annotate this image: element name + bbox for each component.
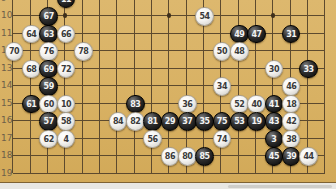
intersection-8-9[interactable] (126, 0, 143, 7)
goban-grid: 1167546463664947317076785048686972303359… (4, 0, 333, 182)
intersection-1-14[interactable] (4, 77, 21, 95)
intersection-2-18[interactable] (22, 147, 39, 165)
white-stone-38: 38 (282, 130, 301, 149)
intersection-5-15[interactable] (74, 94, 91, 112)
intersection-12-9[interactable] (195, 0, 212, 7)
intersection-4-11[interactable]: 66 (56, 24, 73, 42)
intersection-6-14[interactable] (91, 77, 108, 95)
black-stone-31: 31 (282, 25, 301, 44)
star-point (63, 13, 68, 18)
black-stone-61: 61 (22, 95, 41, 114)
intersection-9-12[interactable] (143, 42, 160, 60)
black-stone-69: 69 (39, 60, 58, 79)
black-stone-47: 47 (247, 25, 266, 44)
intersection-7-19[interactable] (108, 164, 125, 182)
intersection-16-11[interactable] (264, 24, 281, 42)
intersection-2-17[interactable] (22, 129, 39, 147)
intersection-8-19[interactable] (126, 164, 143, 182)
white-stone-70: 70 (5, 42, 24, 61)
intersection-2-12[interactable] (22, 42, 39, 60)
black-stone-41: 41 (265, 95, 284, 114)
intersection-8-13[interactable] (126, 59, 143, 77)
white-stone-66: 66 (57, 25, 76, 44)
intersection-13-10[interactable] (212, 7, 229, 25)
intersection-5-18[interactable] (74, 147, 91, 165)
intersection-7-15[interactable] (108, 94, 125, 112)
white-stone-76: 76 (39, 42, 58, 61)
intersection-19-10[interactable] (316, 7, 333, 25)
intersection-3-13[interactable]: 69 (39, 59, 56, 77)
intersection-18-14[interactable] (299, 77, 316, 95)
intersection-18-10[interactable] (299, 7, 316, 25)
intersection-3-15[interactable]: 60 (39, 94, 56, 112)
intersection-8-18[interactable] (126, 147, 143, 165)
intersection-11-14[interactable] (178, 77, 195, 95)
go-game-screenshot: 910111213141516171819 116754646366494731… (0, 0, 336, 189)
white-stone-30: 30 (265, 60, 284, 79)
intersection-4-18[interactable] (56, 147, 73, 165)
intersection-11-19[interactable] (178, 164, 195, 182)
intersection-3-10[interactable]: 67 (39, 7, 56, 25)
intersection-18-17[interactable] (299, 129, 316, 147)
intersection-15-14[interactable] (247, 77, 264, 95)
intersection-14-14[interactable] (230, 77, 247, 95)
intersection-1-18[interactable] (4, 147, 21, 165)
intersection-10-14[interactable] (160, 77, 177, 95)
intersection-4-15[interactable]: 10 (56, 94, 73, 112)
intersection-5-17[interactable] (74, 129, 91, 147)
intersection-10-12[interactable] (160, 42, 177, 60)
intersection-6-18[interactable] (91, 147, 108, 165)
white-stone-36: 36 (178, 95, 197, 114)
intersection-16-9[interactable] (264, 0, 281, 7)
intersection-10-10[interactable] (160, 7, 177, 25)
intersection-19-11[interactable] (316, 24, 333, 42)
intersection-11-11[interactable] (178, 24, 195, 42)
black-stone-3: 3 (265, 130, 284, 149)
intersection-18-13[interactable]: 33 (299, 59, 316, 77)
intersection-18-12[interactable] (299, 42, 316, 60)
intersection-15-19[interactable] (247, 164, 264, 182)
intersection-5-11[interactable] (74, 24, 91, 42)
intersection-19-9[interactable] (316, 0, 333, 7)
star-point (167, 13, 172, 18)
intersection-10-18[interactable]: 86 (160, 147, 177, 165)
intersection-4-17[interactable]: 4 (56, 129, 73, 147)
intersection-12-10[interactable]: 54 (195, 7, 212, 25)
intersection-16-10[interactable] (264, 7, 281, 25)
intersection-14-10[interactable] (230, 7, 247, 25)
intersection-6-19[interactable] (91, 164, 108, 182)
black-stone-35: 35 (195, 112, 214, 131)
intersection-6-16[interactable] (91, 112, 108, 130)
intersection-17-13[interactable] (282, 59, 299, 77)
intersection-7-14[interactable] (108, 77, 125, 95)
intersection-11-10[interactable] (178, 7, 195, 25)
intersection-8-10[interactable] (126, 7, 143, 25)
intersection-15-9[interactable] (247, 0, 264, 7)
intersection-9-10[interactable] (143, 7, 160, 25)
intersection-6-15[interactable] (91, 94, 108, 112)
white-stone-84: 84 (109, 112, 128, 131)
intersection-19-16[interactable] (316, 112, 333, 130)
black-stone-37: 37 (178, 112, 197, 131)
intersection-3-14[interactable]: 59 (39, 77, 56, 95)
intersection-18-19[interactable] (299, 164, 316, 182)
white-stone-10: 10 (57, 95, 76, 114)
star-point (271, 13, 276, 18)
intersection-2-16[interactable] (22, 112, 39, 130)
intersection-7-16[interactable]: 84 (108, 112, 125, 130)
black-stone-39: 39 (282, 147, 301, 166)
intersection-2-14[interactable] (22, 77, 39, 95)
intersection-10-9[interactable] (160, 0, 177, 7)
intersection-15-16[interactable]: 19 (247, 112, 264, 130)
intersection-9-19[interactable] (143, 164, 160, 182)
intersection-1-15[interactable] (4, 94, 21, 112)
intersection-8-14[interactable] (126, 77, 143, 95)
intersection-18-15[interactable] (299, 94, 316, 112)
intersection-14-18[interactable] (230, 147, 247, 165)
intersection-17-14[interactable]: 46 (282, 77, 299, 95)
intersection-1-17[interactable] (4, 129, 21, 147)
black-stone-33: 33 (299, 60, 318, 79)
intersection-6-17[interactable] (91, 129, 108, 147)
intersection-4-13[interactable]: 72 (56, 59, 73, 77)
intersection-16-12[interactable] (264, 42, 281, 60)
intersection-3-11[interactable]: 63 (39, 24, 56, 42)
intersection-13-11[interactable] (212, 24, 229, 42)
intersection-1-11[interactable] (4, 24, 21, 42)
intersection-13-19[interactable] (212, 164, 229, 182)
intersection-4-19[interactable] (56, 164, 73, 182)
intersection-19-14[interactable] (316, 77, 333, 95)
scrollbar-thumb[interactable] (228, 185, 332, 189)
white-stone-40: 40 (247, 95, 266, 114)
white-stone-60: 60 (39, 95, 58, 114)
white-stone-52: 52 (230, 95, 249, 114)
white-stone-58: 58 (57, 112, 76, 131)
intersection-5-12[interactable]: 78 (74, 42, 91, 60)
white-stone-82: 82 (126, 112, 145, 131)
intersection-7-10[interactable] (108, 7, 125, 25)
intersection-18-11[interactable] (299, 24, 316, 42)
intersection-6-9[interactable] (91, 0, 108, 7)
intersection-11-17[interactable] (178, 129, 195, 147)
white-stone-80: 80 (178, 147, 197, 166)
black-stone-19: 19 (247, 112, 266, 131)
intersection-14-13[interactable] (230, 59, 247, 77)
intersection-17-19[interactable] (282, 164, 299, 182)
intersection-14-19[interactable] (230, 164, 247, 182)
intersection-17-10[interactable] (282, 7, 299, 25)
intersection-8-15[interactable]: 83 (126, 94, 143, 112)
intersection-5-14[interactable] (74, 77, 91, 95)
go-board: 910111213141516171819 116754646366494731… (0, 0, 336, 182)
intersection-19-19[interactable] (316, 164, 333, 182)
intersection-4-10[interactable] (56, 7, 73, 25)
white-stone-68: 68 (22, 60, 41, 79)
intersection-12-17[interactable] (195, 129, 212, 147)
intersection-14-12[interactable]: 48 (230, 42, 247, 60)
intersection-15-11[interactable]: 47 (247, 24, 264, 42)
intersection-17-12[interactable] (282, 42, 299, 60)
intersection-15-18[interactable] (247, 147, 264, 165)
intersection-5-19[interactable] (74, 164, 91, 182)
intersection-2-9[interactable] (22, 0, 39, 7)
intersection-9-13[interactable] (143, 59, 160, 77)
intersection-1-9[interactable] (4, 0, 21, 7)
intersection-15-17[interactable] (247, 129, 264, 147)
intersection-7-11[interactable] (108, 24, 125, 42)
black-stone-75: 75 (213, 112, 232, 131)
black-stone-45: 45 (265, 147, 284, 166)
intersection-14-9[interactable] (230, 0, 247, 7)
white-stone-64: 64 (22, 25, 41, 44)
intersection-8-12[interactable] (126, 42, 143, 60)
intersection-4-9[interactable]: 11 (56, 0, 73, 7)
intersection-13-16[interactable]: 75 (212, 112, 229, 130)
intersection-9-11[interactable] (143, 24, 160, 42)
intersection-11-12[interactable] (178, 42, 195, 60)
intersection-11-15[interactable]: 36 (178, 94, 195, 112)
intersection-13-17[interactable]: 74 (212, 129, 229, 147)
intersection-12-19[interactable] (195, 164, 212, 182)
intersection-9-15[interactable] (143, 94, 160, 112)
intersection-9-18[interactable] (143, 147, 160, 165)
intersection-2-11[interactable]: 64 (22, 24, 39, 42)
intersection-2-13[interactable]: 68 (22, 59, 39, 77)
intersection-6-13[interactable] (91, 59, 108, 77)
intersection-12-14[interactable] (195, 77, 212, 95)
intersection-18-16[interactable] (299, 112, 316, 130)
intersection-13-13[interactable] (212, 59, 229, 77)
intersection-10-19[interactable] (160, 164, 177, 182)
intersection-10-11[interactable] (160, 24, 177, 42)
white-stone-56: 56 (143, 130, 162, 149)
intersection-17-18[interactable]: 39 (282, 147, 299, 165)
intersection-7-17[interactable] (108, 129, 125, 147)
intersection-12-13[interactable] (195, 59, 212, 77)
intersection-16-17[interactable]: 3 (264, 129, 281, 147)
intersection-16-18[interactable]: 45 (264, 147, 281, 165)
intersection-14-17[interactable] (230, 129, 247, 147)
intersection-3-9[interactable] (39, 0, 56, 7)
intersection-12-11[interactable] (195, 24, 212, 42)
black-stone-29: 29 (161, 112, 180, 131)
intersection-6-10[interactable] (91, 7, 108, 25)
intersection-1-12[interactable]: 70 (4, 42, 21, 60)
intersection-10-17[interactable] (160, 129, 177, 147)
intersection-16-15[interactable]: 41 (264, 94, 281, 112)
white-stone-72: 72 (57, 60, 76, 79)
intersection-5-16[interactable] (74, 112, 91, 130)
intersection-1-19[interactable] (4, 164, 21, 182)
intersection-7-12[interactable] (108, 42, 125, 60)
intersection-14-16[interactable]: 53 (230, 112, 247, 130)
intersection-14-15[interactable]: 52 (230, 94, 247, 112)
intersection-19-12[interactable] (316, 42, 333, 60)
white-stone-74: 74 (213, 130, 232, 149)
intersection-3-16[interactable]: 57 (39, 112, 56, 130)
intersection-17-11[interactable]: 31 (282, 24, 299, 42)
intersection-4-16[interactable]: 58 (56, 112, 73, 130)
intersection-17-16[interactable]: 42 (282, 112, 299, 130)
intersection-5-10[interactable] (74, 7, 91, 25)
black-stone-49: 49 (230, 25, 249, 44)
intersection-15-15[interactable]: 40 (247, 94, 264, 112)
intersection-11-13[interactable] (178, 59, 195, 77)
black-stone-43: 43 (265, 112, 284, 131)
intersection-1-13[interactable] (4, 59, 21, 77)
intersection-10-15[interactable] (160, 94, 177, 112)
intersection-13-12[interactable]: 50 (212, 42, 229, 60)
intersection-12-16[interactable]: 35 (195, 112, 212, 130)
intersection-5-13[interactable] (74, 59, 91, 77)
intersection-3-18[interactable] (39, 147, 56, 165)
intersection-19-18[interactable] (316, 147, 333, 165)
intersection-3-17[interactable]: 62 (39, 129, 56, 147)
intersection-6-12[interactable] (91, 42, 108, 60)
intersection-7-9[interactable] (108, 0, 125, 7)
intersection-10-13[interactable] (160, 59, 177, 77)
intersection-4-14[interactable] (56, 77, 73, 95)
white-stone-44: 44 (299, 147, 318, 166)
black-stone-53: 53 (230, 112, 249, 131)
intersection-17-9[interactable] (282, 0, 299, 7)
intersection-8-17[interactable] (126, 129, 143, 147)
white-stone-62: 62 (39, 130, 58, 149)
intersection-2-15[interactable]: 61 (22, 94, 39, 112)
white-stone-78: 78 (74, 42, 93, 61)
black-stone-81: 81 (143, 112, 162, 131)
white-stone-34: 34 (213, 77, 232, 96)
intersection-15-13[interactable] (247, 59, 264, 77)
intersection-8-11[interactable] (126, 24, 143, 42)
white-stone-42: 42 (282, 112, 301, 131)
intersection-3-19[interactable] (39, 164, 56, 182)
black-stone-59: 59 (39, 77, 58, 96)
intersection-12-15[interactable] (195, 94, 212, 112)
intersection-16-13[interactable]: 30 (264, 59, 281, 77)
intersection-4-12[interactable] (56, 42, 73, 60)
white-stone-50: 50 (213, 42, 232, 61)
intersection-9-16[interactable]: 81 (143, 112, 160, 130)
intersection-16-19[interactable] (264, 164, 281, 182)
intersection-9-9[interactable] (143, 0, 160, 7)
intersection-7-18[interactable] (108, 147, 125, 165)
intersection-1-10[interactable] (4, 7, 21, 25)
white-stone-4: 4 (57, 130, 76, 149)
white-stone-18: 18 (282, 95, 301, 114)
intersection-12-18[interactable]: 85 (195, 147, 212, 165)
intersection-17-15[interactable]: 18 (282, 94, 299, 112)
black-stone-83: 83 (126, 95, 145, 114)
intersection-18-9[interactable] (299, 0, 316, 7)
intersection-18-18[interactable]: 44 (299, 147, 316, 165)
intersection-11-16[interactable]: 37 (178, 112, 195, 130)
intersection-7-13[interactable] (108, 59, 125, 77)
intersection-19-17[interactable] (316, 129, 333, 147)
intersection-15-12[interactable] (247, 42, 264, 60)
intersection-10-16[interactable]: 29 (160, 112, 177, 130)
intersection-12-12[interactable] (195, 42, 212, 60)
intersection-19-13[interactable] (316, 59, 333, 77)
intersection-11-9[interactable] (178, 0, 195, 7)
black-stone-67: 67 (39, 7, 58, 26)
black-stone-63: 63 (39, 25, 58, 44)
black-stone-85: 85 (195, 147, 214, 166)
intersection-2-19[interactable] (22, 164, 39, 182)
intersection-13-15[interactable] (212, 94, 229, 112)
intersection-8-16[interactable]: 82 (126, 112, 143, 130)
intersection-14-11[interactable]: 49 (230, 24, 247, 42)
intersection-16-16[interactable]: 43 (264, 112, 281, 130)
intersection-2-10[interactable] (22, 7, 39, 25)
intersection-5-9[interactable] (74, 0, 91, 7)
intersection-13-9[interactable] (212, 0, 229, 7)
intersection-6-11[interactable] (91, 24, 108, 42)
intersection-17-17[interactable]: 38 (282, 129, 299, 147)
intersection-9-14[interactable] (143, 77, 160, 95)
black-stone-57: 57 (39, 112, 58, 131)
intersection-15-10[interactable] (247, 7, 264, 25)
white-stone-54: 54 (195, 7, 214, 26)
intersection-16-14[interactable] (264, 77, 281, 95)
intersection-9-17[interactable]: 56 (143, 129, 160, 147)
window-bottom-edge (0, 183, 336, 189)
white-stone-46: 46 (282, 77, 301, 96)
intersection-13-14[interactable]: 34 (212, 77, 229, 95)
white-stone-48: 48 (230, 42, 249, 61)
intersection-3-12[interactable]: 76 (39, 42, 56, 60)
intersection-1-16[interactable] (4, 112, 21, 130)
intersection-13-18[interactable] (212, 147, 229, 165)
intersection-11-18[interactable]: 80 (178, 147, 195, 165)
intersection-19-15[interactable] (316, 94, 333, 112)
white-stone-86: 86 (161, 147, 180, 166)
